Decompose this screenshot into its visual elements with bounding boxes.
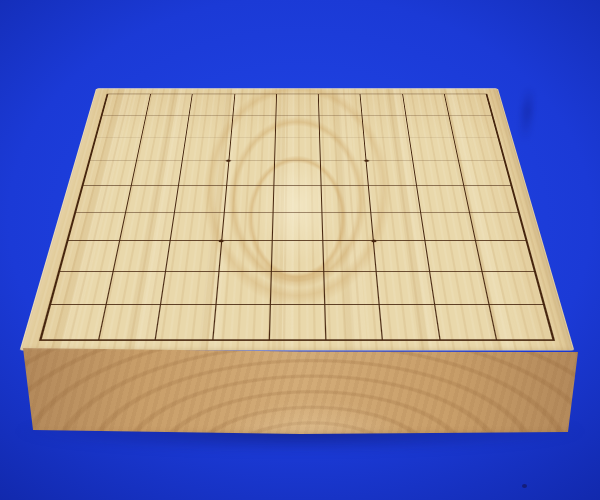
velvet-fold [519, 86, 535, 143]
photo-background [0, 0, 600, 500]
board-square [131, 160, 182, 185]
board-square [119, 212, 174, 240]
board-square [60, 241, 119, 272]
board-square [272, 212, 323, 240]
star-point [364, 160, 369, 162]
board-square [273, 160, 320, 185]
board-square [379, 304, 439, 339]
board-square [228, 137, 275, 160]
board-square [469, 212, 526, 240]
board-square [42, 304, 106, 339]
board-square [226, 160, 274, 185]
board-square [475, 241, 534, 272]
board-square [97, 115, 146, 137]
board-square [84, 160, 137, 185]
board-square [271, 241, 324, 272]
board-square [161, 271, 219, 304]
board-square [155, 304, 215, 339]
board-square [463, 185, 518, 212]
board-square [448, 115, 497, 137]
board-square [481, 271, 543, 304]
board-square [69, 212, 126, 240]
board-square [319, 137, 366, 160]
board-square [113, 241, 170, 272]
board-square [230, 115, 275, 137]
board-square [444, 94, 492, 115]
board-square [412, 160, 463, 185]
board-square [218, 241, 272, 272]
board-square [221, 212, 273, 240]
board-square [98, 304, 160, 339]
board-square [429, 271, 489, 304]
shogi-board-top [20, 88, 575, 350]
star-point [371, 239, 377, 242]
board-square [189, 94, 234, 115]
board-square [376, 271, 434, 304]
board-square [416, 185, 469, 212]
board-square [433, 304, 495, 339]
board-square [103, 94, 151, 115]
board-square [106, 271, 166, 304]
board-square [269, 304, 326, 339]
board-square [362, 115, 409, 137]
board-square [364, 137, 412, 160]
board-square [320, 160, 368, 185]
board-square [182, 137, 230, 160]
board-square [274, 137, 320, 160]
board-square [368, 185, 419, 212]
board-square [125, 185, 178, 212]
board-square [402, 94, 448, 115]
board-square [373, 241, 428, 272]
board-square [90, 137, 141, 160]
board-square [324, 304, 382, 339]
board-square [272, 185, 321, 212]
board-square [270, 271, 325, 304]
board-square [136, 137, 185, 160]
board-square [275, 94, 318, 115]
board-square [212, 304, 270, 339]
board-square [405, 115, 453, 137]
board-square [488, 304, 552, 339]
board-square [322, 241, 376, 272]
board-square [165, 241, 220, 272]
board-square [215, 271, 271, 304]
board-square [170, 212, 223, 240]
board-square [458, 160, 511, 185]
board-square [366, 160, 416, 185]
board-square [420, 212, 475, 240]
board-square [174, 185, 225, 212]
board-square [186, 115, 233, 137]
board-grid [39, 94, 555, 341]
board-square [322, 212, 374, 240]
board-square [360, 94, 405, 115]
board-square [51, 271, 113, 304]
dust-speck [522, 484, 527, 488]
board-square [178, 160, 228, 185]
board-square [318, 94, 362, 115]
board-square [76, 185, 131, 212]
board-square [146, 94, 192, 115]
board-square [319, 115, 364, 137]
board-square [323, 271, 379, 304]
board-square [275, 115, 320, 137]
board-square [232, 94, 276, 115]
board-square [424, 241, 481, 272]
board-square [371, 212, 424, 240]
board-square [321, 185, 371, 212]
board-square [141, 115, 189, 137]
board-front-face [20, 345, 582, 437]
board-square [453, 137, 504, 160]
board-square [408, 137, 457, 160]
board-square [223, 185, 273, 212]
